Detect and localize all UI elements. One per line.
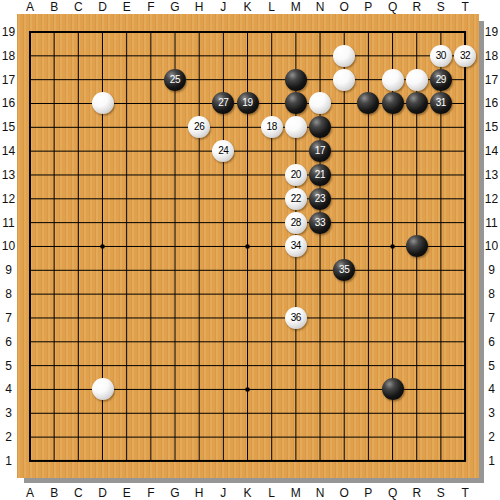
stone-white-R17 (406, 69, 428, 91)
row-label-2: 2 (483, 430, 500, 444)
stone-black-N11: 33 (309, 212, 331, 234)
column-label-T: T (453, 0, 477, 14)
stone-white-O17 (333, 69, 355, 91)
column-label-F: F (139, 0, 163, 14)
row-label-18: 18 (0, 49, 17, 63)
row-label-7: 7 (483, 311, 500, 325)
go-board-diagram: ABCDEFGHJKLMNOPQRST ABCDEFGHJKLMNOPQRST … (0, 0, 500, 500)
stone-white-M7: 36 (285, 307, 307, 329)
column-label-K: K (236, 486, 260, 500)
row-label-17: 17 (483, 73, 500, 87)
column-label-K: K (236, 0, 260, 14)
stone-black-N13: 21 (309, 164, 331, 186)
column-label-R: R (405, 0, 429, 14)
stone-move-number: 19 (242, 98, 252, 108)
row-label-1: 1 (0, 454, 17, 468)
stone-move-number: 34 (291, 241, 301, 251)
stone-move-number: 32 (460, 51, 470, 61)
row-label-14: 14 (483, 144, 500, 158)
row-label-5: 5 (483, 359, 500, 373)
column-label-E: E (115, 486, 139, 500)
row-label-6: 6 (0, 335, 17, 349)
row-label-8: 8 (0, 287, 17, 301)
column-label-G: G (163, 0, 187, 14)
stone-move-number: 30 (436, 51, 446, 61)
stone-black-S17: 29 (430, 69, 452, 91)
column-label-M: M (284, 486, 308, 500)
stone-black-Q16 (382, 92, 404, 114)
stone-move-number: 33 (315, 218, 325, 228)
stone-white-M15 (285, 116, 307, 138)
row-label-3: 3 (483, 406, 500, 420)
column-label-M: M (284, 0, 308, 14)
column-label-P: P (356, 0, 380, 14)
stone-black-N14: 17 (309, 140, 331, 162)
stone-white-O18 (333, 45, 355, 67)
goban[interactable]: 1718192021222324252627282930313233343536 (17, 14, 479, 478)
stone-move-number: 21 (315, 170, 325, 180)
column-label-P: P (356, 486, 380, 500)
stone-white-L15: 18 (261, 116, 283, 138)
column-label-C: C (66, 0, 90, 14)
stone-black-Q4 (382, 378, 404, 400)
stone-move-number: 36 (291, 313, 301, 323)
column-label-D: D (91, 0, 115, 14)
row-label-15: 15 (0, 120, 17, 134)
stone-move-number: 20 (291, 170, 301, 180)
column-label-A: A (18, 0, 42, 14)
stone-move-number: 28 (291, 218, 301, 228)
column-label-S: S (429, 0, 453, 14)
stone-move-number: 22 (291, 194, 301, 204)
column-label-O: O (332, 486, 356, 500)
column-label-Q: Q (381, 0, 405, 14)
row-label-13: 13 (0, 168, 17, 182)
row-label-15: 15 (483, 120, 500, 134)
row-label-9: 9 (483, 263, 500, 277)
column-label-B: B (42, 486, 66, 500)
row-label-16: 16 (483, 96, 500, 110)
star-point (390, 244, 395, 249)
column-label-L: L (260, 486, 284, 500)
column-label-H: H (187, 0, 211, 14)
row-label-9: 9 (0, 263, 17, 277)
row-label-12: 12 (483, 192, 500, 206)
row-label-4: 4 (483, 382, 500, 396)
column-label-A: A (18, 486, 42, 500)
column-label-E: E (115, 0, 139, 14)
row-label-13: 13 (483, 168, 500, 182)
column-label-S: S (429, 486, 453, 500)
stone-black-M17 (285, 69, 307, 91)
row-label-14: 14 (0, 144, 17, 158)
stone-move-number: 17 (315, 146, 325, 156)
column-label-C: C (66, 486, 90, 500)
column-label-T: T (453, 486, 477, 500)
column-label-Q: Q (381, 486, 405, 500)
column-label-O: O (332, 0, 356, 14)
row-label-3: 3 (0, 406, 17, 420)
row-label-18: 18 (483, 49, 500, 63)
stone-white-D4 (92, 378, 114, 400)
row-label-12: 12 (0, 192, 17, 206)
row-label-7: 7 (0, 311, 17, 325)
stone-white-D16 (92, 92, 114, 114)
stone-black-N12: 23 (309, 188, 331, 210)
column-label-N: N (308, 486, 332, 500)
stone-move-number: 35 (339, 265, 349, 275)
stone-white-S18: 30 (430, 45, 452, 67)
row-label-16: 16 (0, 96, 17, 110)
column-label-G: G (163, 486, 187, 500)
star-point (245, 244, 250, 249)
star-point (245, 387, 250, 392)
column-label-F: F (139, 486, 163, 500)
stone-move-number: 27 (218, 98, 228, 108)
stone-move-number: 24 (218, 146, 228, 156)
column-label-L: L (260, 0, 284, 14)
column-label-J: J (211, 0, 235, 14)
column-label-H: H (187, 486, 211, 500)
stone-move-number: 18 (267, 122, 277, 132)
row-label-19: 19 (483, 25, 500, 39)
stone-move-number: 26 (194, 122, 204, 132)
column-label-D: D (91, 486, 115, 500)
row-label-2: 2 (0, 430, 17, 444)
row-label-1: 1 (483, 454, 500, 468)
column-label-J: J (211, 486, 235, 500)
stone-black-K16: 19 (237, 92, 259, 114)
row-label-17: 17 (0, 73, 17, 87)
stone-white-Q17 (382, 69, 404, 91)
stone-move-number: 31 (436, 98, 446, 108)
row-label-19: 19 (0, 25, 17, 39)
row-label-5: 5 (0, 359, 17, 373)
row-label-8: 8 (483, 287, 500, 301)
row-label-11: 11 (0, 216, 17, 230)
column-label-N: N (308, 0, 332, 14)
stone-white-M13: 20 (285, 164, 307, 186)
stone-white-M12: 22 (285, 188, 307, 210)
stone-white-M11: 28 (285, 212, 307, 234)
row-label-10: 10 (0, 239, 17, 253)
row-label-6: 6 (483, 335, 500, 349)
row-label-11: 11 (483, 216, 500, 230)
column-label-R: R (405, 486, 429, 500)
stone-move-number: 25 (170, 75, 180, 85)
row-label-4: 4 (0, 382, 17, 396)
star-point (100, 244, 105, 249)
stone-move-number: 23 (315, 194, 325, 204)
stone-move-number: 29 (436, 75, 446, 85)
row-label-10: 10 (483, 239, 500, 253)
stone-white-T18: 32 (454, 45, 476, 67)
column-label-B: B (42, 0, 66, 14)
stone-black-G17: 25 (164, 69, 186, 91)
